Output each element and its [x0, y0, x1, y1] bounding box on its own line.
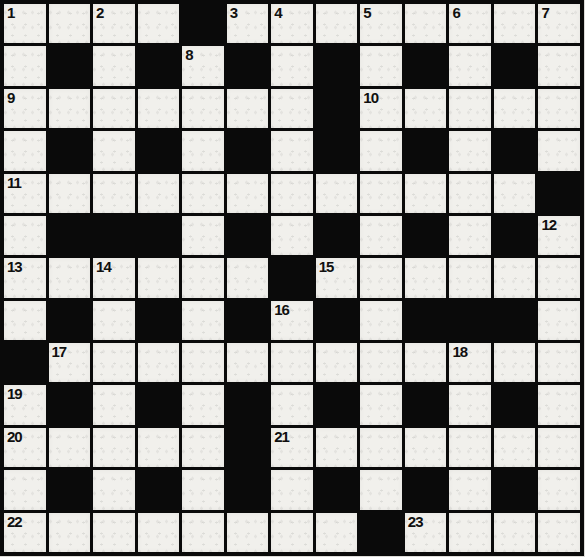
white-cell-r4c9[interactable] — [405, 174, 447, 213]
crossword-grid: 1234567891011121314151617181920212223 — [0, 0, 584, 556]
clue-number-15: 15 — [319, 259, 334, 275]
white-cell-r10c6[interactable]: 21 — [271, 428, 313, 467]
black-cell-r7c5 — [227, 301, 269, 340]
white-cell-r4c2[interactable] — [93, 174, 135, 213]
white-cell-r2c12[interactable] — [538, 89, 580, 128]
white-cell-r2c3[interactable] — [138, 89, 180, 128]
black-cell-r5c3 — [138, 216, 180, 255]
white-cell-r6c10[interactable] — [449, 258, 491, 297]
black-cell-r3c1 — [49, 131, 91, 170]
clue-number-2: 2 — [96, 5, 103, 21]
white-cell-r12c3[interactable] — [138, 513, 180, 552]
white-cell-r8c7[interactable] — [316, 343, 358, 382]
clue-number-6: 6 — [452, 5, 459, 21]
white-cell-r11c4[interactable] — [182, 470, 224, 509]
black-cell-r7c1 — [49, 301, 91, 340]
clue-number-12: 12 — [541, 217, 556, 233]
white-cell-r0c3[interactable] — [138, 4, 180, 43]
black-cell-r8c0 — [4, 343, 46, 382]
white-cell-r9c4[interactable] — [182, 385, 224, 424]
white-cell-r4c4[interactable] — [182, 174, 224, 213]
white-cell-r11c12[interactable] — [538, 470, 580, 509]
white-cell-r5c0[interactable] — [4, 216, 46, 255]
black-cell-r3c11 — [494, 131, 536, 170]
white-cell-r4c3[interactable] — [138, 174, 180, 213]
black-cell-r7c10 — [449, 301, 491, 340]
white-cell-r6c0[interactable]: 13 — [4, 258, 46, 297]
white-cell-r0c10[interactable]: 6 — [449, 4, 491, 43]
white-cell-r5c10[interactable] — [449, 216, 491, 255]
clue-number-13: 13 — [7, 259, 22, 275]
black-cell-r1c3 — [138, 46, 180, 85]
white-cell-r2c1[interactable] — [49, 89, 91, 128]
white-cell-r6c4[interactable] — [182, 258, 224, 297]
black-cell-r10c5 — [227, 428, 269, 467]
white-cell-r5c4[interactable] — [182, 216, 224, 255]
white-cell-r6c1[interactable] — [49, 258, 91, 297]
black-cell-r11c11 — [494, 470, 536, 509]
white-cell-r1c12[interactable] — [538, 46, 580, 85]
white-cell-r10c2[interactable] — [93, 428, 135, 467]
white-cell-r5c6[interactable] — [271, 216, 313, 255]
clue-number-5: 5 — [363, 5, 370, 21]
white-cell-r3c4[interactable] — [182, 131, 224, 170]
white-cell-r8c8[interactable] — [360, 343, 402, 382]
white-cell-r4c0[interactable]: 11 — [4, 174, 46, 213]
white-cell-r1c4[interactable]: 8 — [182, 46, 224, 85]
white-cell-r11c10[interactable] — [449, 470, 491, 509]
clue-number-23: 23 — [408, 514, 423, 530]
white-cell-r3c12[interactable] — [538, 131, 580, 170]
white-cell-r12c1[interactable] — [49, 513, 91, 552]
white-cell-r8c5[interactable] — [227, 343, 269, 382]
white-cell-r1c8[interactable] — [360, 46, 402, 85]
white-cell-r8c9[interactable] — [405, 343, 447, 382]
white-cell-r2c0[interactable]: 9 — [4, 89, 46, 128]
white-cell-r3c10[interactable] — [449, 131, 491, 170]
white-cell-r2c11[interactable] — [494, 89, 536, 128]
black-cell-r3c5 — [227, 131, 269, 170]
white-cell-r9c10[interactable] — [449, 385, 491, 424]
white-cell-r3c8[interactable] — [360, 131, 402, 170]
white-cell-r0c0[interactable]: 1 — [4, 4, 46, 43]
white-cell-r4c5[interactable] — [227, 174, 269, 213]
white-cell-r9c0[interactable]: 19 — [4, 385, 46, 424]
clue-number-3: 3 — [230, 5, 237, 21]
black-cell-r1c11 — [494, 46, 536, 85]
white-cell-r5c12[interactable]: 12 — [538, 216, 580, 255]
white-cell-r10c9[interactable] — [405, 428, 447, 467]
white-cell-r0c5[interactable]: 3 — [227, 4, 269, 43]
white-cell-r1c10[interactable] — [449, 46, 491, 85]
white-cell-r12c2[interactable] — [93, 513, 135, 552]
black-cell-r5c5 — [227, 216, 269, 255]
white-cell-r1c0[interactable] — [4, 46, 46, 85]
clue-number-22: 22 — [7, 514, 22, 530]
white-cell-r8c4[interactable] — [182, 343, 224, 382]
white-cell-r0c1[interactable] — [49, 4, 91, 43]
white-cell-r7c8[interactable] — [360, 301, 402, 340]
white-cell-r0c12[interactable]: 7 — [538, 4, 580, 43]
black-cell-r1c1 — [49, 46, 91, 85]
clue-number-17: 17 — [52, 344, 67, 360]
white-cell-r6c12[interactable] — [538, 258, 580, 297]
black-cell-r9c1 — [49, 385, 91, 424]
white-cell-r12c10[interactable] — [449, 513, 491, 552]
white-cell-r10c1[interactable] — [49, 428, 91, 467]
white-cell-r3c0[interactable] — [4, 131, 46, 170]
white-cell-r6c2[interactable]: 14 — [93, 258, 135, 297]
white-cell-r9c6[interactable] — [271, 385, 313, 424]
white-cell-r8c2[interactable] — [93, 343, 135, 382]
black-cell-r12c8 — [360, 513, 402, 552]
black-cell-r11c7 — [316, 470, 358, 509]
white-cell-r8c1[interactable]: 17 — [49, 343, 91, 382]
white-cell-r12c6[interactable] — [271, 513, 313, 552]
white-cell-r11c6[interactable] — [271, 470, 313, 509]
white-cell-r12c5[interactable] — [227, 513, 269, 552]
black-cell-r11c5 — [227, 470, 269, 509]
white-cell-r4c6[interactable] — [271, 174, 313, 213]
white-cell-r7c4[interactable] — [182, 301, 224, 340]
white-cell-r7c12[interactable] — [538, 301, 580, 340]
white-cell-r4c11[interactable] — [494, 174, 536, 213]
black-cell-r2c7 — [316, 89, 358, 128]
black-cell-r9c9 — [405, 385, 447, 424]
white-cell-r2c6[interactable] — [271, 89, 313, 128]
black-cell-r11c1 — [49, 470, 91, 509]
white-cell-r11c0[interactable] — [4, 470, 46, 509]
clue-number-16: 16 — [274, 302, 289, 318]
black-cell-r7c9 — [405, 301, 447, 340]
clue-number-21: 21 — [274, 429, 289, 445]
clue-number-10: 10 — [363, 90, 378, 106]
white-cell-r2c10[interactable] — [449, 89, 491, 128]
white-cell-r8c11[interactable] — [494, 343, 536, 382]
white-cell-r8c3[interactable] — [138, 343, 180, 382]
black-cell-r0c4 — [182, 4, 224, 43]
black-cell-r3c3 — [138, 131, 180, 170]
white-cell-r4c1[interactable] — [49, 174, 91, 213]
white-cell-r9c2[interactable] — [93, 385, 135, 424]
white-cell-r10c4[interactable] — [182, 428, 224, 467]
white-cell-r0c8[interactable]: 5 — [360, 4, 402, 43]
white-cell-r12c0[interactable]: 22 — [4, 513, 46, 552]
white-cell-r2c2[interactable] — [93, 89, 135, 128]
black-cell-r9c5 — [227, 385, 269, 424]
white-cell-r4c8[interactable] — [360, 174, 402, 213]
white-cell-r2c5[interactable] — [227, 89, 269, 128]
black-cell-r5c7 — [316, 216, 358, 255]
white-cell-r10c10[interactable] — [449, 428, 491, 467]
white-cell-r6c3[interactable] — [138, 258, 180, 297]
black-cell-r1c9 — [405, 46, 447, 85]
white-cell-r8c12[interactable] — [538, 343, 580, 382]
white-cell-r0c9[interactable] — [405, 4, 447, 43]
clue-number-9: 9 — [7, 90, 14, 106]
white-cell-r4c10[interactable] — [449, 174, 491, 213]
black-cell-r4c12 — [538, 174, 580, 213]
white-cell-r4c7[interactable] — [316, 174, 358, 213]
white-cell-r3c6[interactable] — [271, 131, 313, 170]
white-cell-r7c2[interactable] — [93, 301, 135, 340]
white-cell-r6c11[interactable] — [494, 258, 536, 297]
white-cell-r6c9[interactable] — [405, 258, 447, 297]
black-cell-r9c3 — [138, 385, 180, 424]
black-cell-r3c9 — [405, 131, 447, 170]
clue-number-8: 8 — [185, 47, 192, 63]
white-cell-r8c10[interactable]: 18 — [449, 343, 491, 382]
white-cell-r10c0[interactable]: 20 — [4, 428, 46, 467]
white-cell-r12c12[interactable] — [538, 513, 580, 552]
white-cell-r2c9[interactable] — [405, 89, 447, 128]
white-cell-r12c11[interactable] — [494, 513, 536, 552]
white-cell-r3c2[interactable] — [93, 131, 135, 170]
black-cell-r5c11 — [494, 216, 536, 255]
white-cell-r1c2[interactable] — [93, 46, 135, 85]
white-cell-r9c12[interactable] — [538, 385, 580, 424]
white-cell-r8c6[interactable] — [271, 343, 313, 382]
black-cell-r6c6 — [271, 258, 313, 297]
white-cell-r1c6[interactable] — [271, 46, 313, 85]
white-cell-r10c7[interactable] — [316, 428, 358, 467]
black-cell-r3c7 — [316, 131, 358, 170]
clue-number-11: 11 — [7, 175, 21, 191]
white-cell-r11c8[interactable] — [360, 470, 402, 509]
white-cell-r0c2[interactable]: 2 — [93, 4, 135, 43]
white-cell-r12c9[interactable]: 23 — [405, 513, 447, 552]
clue-number-19: 19 — [7, 386, 22, 402]
white-cell-r0c11[interactable] — [494, 4, 536, 43]
white-cell-r7c0[interactable] — [4, 301, 46, 340]
clue-number-1: 1 — [7, 5, 14, 21]
black-cell-r11c9 — [405, 470, 447, 509]
clue-number-7: 7 — [541, 5, 548, 21]
white-cell-r10c3[interactable] — [138, 428, 180, 467]
white-cell-r6c7[interactable]: 15 — [316, 258, 358, 297]
black-cell-r7c7 — [316, 301, 358, 340]
black-cell-r11c3 — [138, 470, 180, 509]
white-cell-r6c8[interactable] — [360, 258, 402, 297]
black-cell-r5c1 — [49, 216, 91, 255]
clue-number-20: 20 — [7, 429, 22, 445]
white-cell-r0c7[interactable] — [316, 4, 358, 43]
white-cell-r12c7[interactable] — [316, 513, 358, 552]
white-cell-r10c8[interactable] — [360, 428, 402, 467]
white-cell-r2c8[interactable]: 10 — [360, 89, 402, 128]
crossword-board: 1234567891011121314151617181920212223 — [0, 0, 584, 556]
white-cell-r6c5[interactable] — [227, 258, 269, 297]
black-cell-r7c3 — [138, 301, 180, 340]
white-cell-r12c4[interactable] — [182, 513, 224, 552]
black-cell-r9c7 — [316, 385, 358, 424]
black-cell-r7c11 — [494, 301, 536, 340]
black-cell-r9c11 — [494, 385, 536, 424]
white-cell-r2c4[interactable] — [182, 89, 224, 128]
white-cell-r10c11[interactable] — [494, 428, 536, 467]
white-cell-r11c2[interactable] — [93, 470, 135, 509]
black-cell-r5c9 — [405, 216, 447, 255]
white-cell-r0c6[interactable]: 4 — [271, 4, 313, 43]
clue-number-14: 14 — [96, 259, 111, 275]
black-cell-r1c7 — [316, 46, 358, 85]
clue-number-18: 18 — [452, 344, 467, 360]
black-cell-r1c5 — [227, 46, 269, 85]
white-cell-r10c12[interactable] — [538, 428, 580, 467]
white-cell-r5c8[interactable] — [360, 216, 402, 255]
clue-number-4: 4 — [274, 5, 281, 21]
white-cell-r9c8[interactable] — [360, 385, 402, 424]
white-cell-r7c6[interactable]: 16 — [271, 301, 313, 340]
black-cell-r5c2 — [93, 216, 135, 255]
